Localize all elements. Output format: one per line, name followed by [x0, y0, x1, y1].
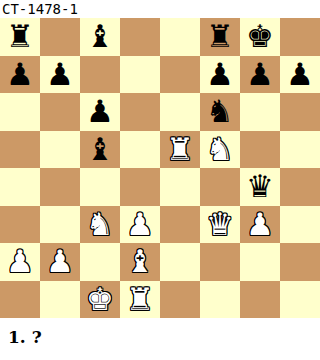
square-c2[interactable]: [80, 243, 120, 281]
square-h7[interactable]: ♟: [280, 56, 320, 94]
square-e7[interactable]: [160, 56, 200, 94]
square-d2[interactable]: ♝: [120, 243, 160, 281]
black-king-icon: ♚: [246, 18, 274, 56]
square-c7[interactable]: [80, 56, 120, 94]
square-f7[interactable]: ♟: [200, 56, 240, 94]
black-pawn-icon: ♟: [246, 56, 274, 94]
white-pawn-icon: ♟: [6, 243, 34, 281]
square-g3[interactable]: ♟: [240, 206, 280, 244]
square-e3[interactable]: [160, 206, 200, 244]
chess-puzzle-page: CT-1478-1 ♜♝♜♚♟♟♟♟♟♟♞♝♜♞♛♞♟♛♟♟♟♝♚♜ 1. ?: [0, 0, 320, 360]
square-f5[interactable]: ♞: [200, 131, 240, 169]
square-a7[interactable]: ♟: [0, 56, 40, 94]
square-a1[interactable]: [0, 281, 40, 319]
square-a5[interactable]: [0, 131, 40, 169]
square-a8[interactable]: ♜: [0, 18, 40, 56]
square-c6[interactable]: ♟: [80, 93, 120, 131]
square-g6[interactable]: [240, 93, 280, 131]
black-knight-icon: ♞: [206, 93, 234, 131]
square-h5[interactable]: [280, 131, 320, 169]
square-d8[interactable]: [120, 18, 160, 56]
square-d5[interactable]: [120, 131, 160, 169]
white-knight-icon: ♞: [86, 206, 114, 244]
black-bishop-icon: ♝: [86, 18, 114, 56]
chess-board: ♜♝♜♚♟♟♟♟♟♟♞♝♜♞♛♞♟♛♟♟♟♝♚♜: [0, 18, 320, 318]
square-f2[interactable]: [200, 243, 240, 281]
square-b2[interactable]: ♟: [40, 243, 80, 281]
square-a6[interactable]: [0, 93, 40, 131]
square-b7[interactable]: ♟: [40, 56, 80, 94]
white-bishop-icon: ♝: [126, 243, 154, 281]
white-pawn-icon: ♟: [246, 206, 274, 244]
square-b8[interactable]: [40, 18, 80, 56]
square-d6[interactable]: [120, 93, 160, 131]
white-pawn-icon: ♟: [126, 206, 154, 244]
square-b3[interactable]: [40, 206, 80, 244]
square-c5[interactable]: ♝: [80, 131, 120, 169]
square-b5[interactable]: [40, 131, 80, 169]
white-queen-icon: ♛: [206, 206, 234, 244]
black-pawn-icon: ♟: [206, 56, 234, 94]
square-g8[interactable]: ♚: [240, 18, 280, 56]
black-rook-icon: ♜: [6, 18, 34, 56]
square-f6[interactable]: ♞: [200, 93, 240, 131]
square-e1[interactable]: [160, 281, 200, 319]
move-prompt: 1. ?: [0, 318, 320, 347]
white-pawn-icon: ♟: [46, 243, 74, 281]
square-f1[interactable]: [200, 281, 240, 319]
square-h8[interactable]: [280, 18, 320, 56]
square-f3[interactable]: ♛: [200, 206, 240, 244]
square-d1[interactable]: ♜: [120, 281, 160, 319]
square-c8[interactable]: ♝: [80, 18, 120, 56]
white-knight-icon: ♞: [206, 131, 234, 169]
square-b1[interactable]: [40, 281, 80, 319]
square-h1[interactable]: [280, 281, 320, 319]
black-pawn-icon: ♟: [286, 56, 314, 94]
square-h6[interactable]: [280, 93, 320, 131]
square-h2[interactable]: [280, 243, 320, 281]
square-d3[interactable]: ♟: [120, 206, 160, 244]
square-h4[interactable]: [280, 168, 320, 206]
black-pawn-icon: ♟: [86, 93, 114, 131]
square-f4[interactable]: [200, 168, 240, 206]
square-d4[interactable]: [120, 168, 160, 206]
black-pawn-icon: ♟: [6, 56, 34, 94]
square-e2[interactable]: [160, 243, 200, 281]
square-g1[interactable]: [240, 281, 280, 319]
square-b6[interactable]: [40, 93, 80, 131]
square-e4[interactable]: [160, 168, 200, 206]
white-rook-icon: ♜: [126, 281, 154, 319]
square-a2[interactable]: ♟: [0, 243, 40, 281]
square-e5[interactable]: ♜: [160, 131, 200, 169]
square-b4[interactable]: [40, 168, 80, 206]
white-rook-icon: ♜: [166, 131, 194, 169]
square-g5[interactable]: [240, 131, 280, 169]
square-e8[interactable]: [160, 18, 200, 56]
black-pawn-icon: ♟: [46, 56, 74, 94]
square-f8[interactable]: ♜: [200, 18, 240, 56]
square-c1[interactable]: ♚: [80, 281, 120, 319]
square-a3[interactable]: [0, 206, 40, 244]
black-queen-icon: ♛: [246, 168, 274, 206]
black-rook-icon: ♜: [206, 18, 234, 56]
square-g2[interactable]: [240, 243, 280, 281]
square-c3[interactable]: ♞: [80, 206, 120, 244]
white-king-icon: ♚: [86, 281, 114, 319]
square-g7[interactable]: ♟: [240, 56, 280, 94]
square-d7[interactable]: [120, 56, 160, 94]
puzzle-id-title: CT-1478-1: [0, 0, 320, 18]
black-bishop-icon: ♝: [86, 131, 114, 169]
square-g4[interactable]: ♛: [240, 168, 280, 206]
square-c4[interactable]: [80, 168, 120, 206]
square-e6[interactable]: [160, 93, 200, 131]
square-h3[interactable]: [280, 206, 320, 244]
square-a4[interactable]: [0, 168, 40, 206]
